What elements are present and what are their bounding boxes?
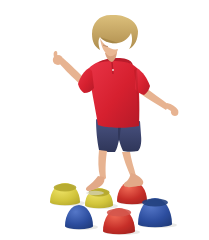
right-foot xyxy=(124,173,144,187)
pod-top-surface xyxy=(107,209,131,217)
polo-placket xyxy=(112,62,113,74)
balance-pod-blue-front-left xyxy=(65,205,98,230)
pod-top-surface xyxy=(54,184,77,192)
left-hand-finger xyxy=(54,51,58,57)
photo-stage xyxy=(0,0,209,240)
polo-button xyxy=(112,69,114,71)
left-leg xyxy=(98,150,107,179)
polo-shirt xyxy=(89,59,139,128)
photo-canvas xyxy=(0,0,209,240)
boy-figure xyxy=(53,15,179,195)
left-sleeve xyxy=(78,68,94,93)
balance-pod-red-front-center xyxy=(103,208,140,235)
balance-pod-yellow-mid xyxy=(85,188,118,209)
right-hand xyxy=(165,103,178,116)
right-leg xyxy=(122,152,136,177)
balance-pod-blue-front-right xyxy=(138,198,177,228)
pod-dome-blue xyxy=(65,205,93,229)
hair xyxy=(92,15,138,50)
foot-shadow xyxy=(86,191,104,195)
pod-top-surface xyxy=(142,199,168,207)
balance-pod-yellow-rear-left xyxy=(50,183,85,206)
